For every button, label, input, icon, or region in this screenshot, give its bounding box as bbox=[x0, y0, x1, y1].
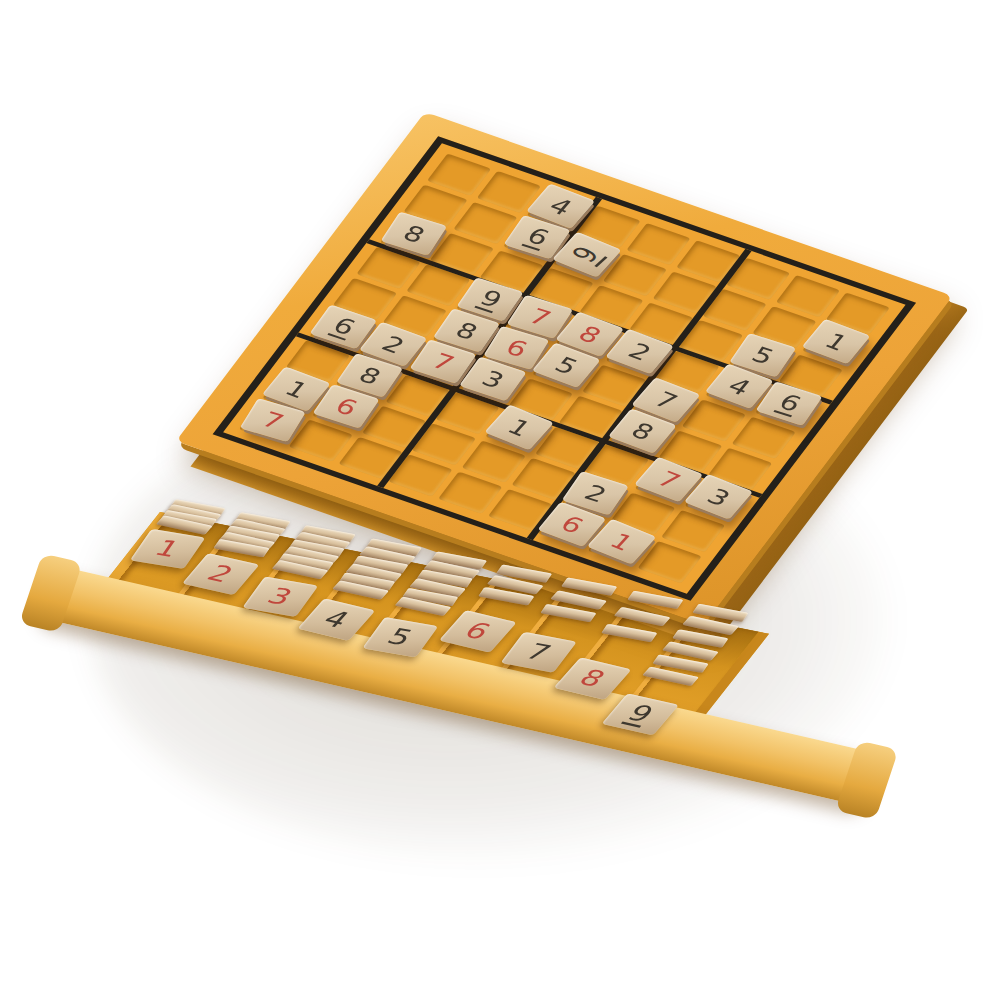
tile-digit: 4 bbox=[545, 194, 577, 218]
tile-digit: 5 bbox=[748, 343, 778, 367]
tile-digit: 3 bbox=[478, 367, 509, 391]
tile-digit: 5 bbox=[550, 353, 582, 377]
tile-digit: 8 bbox=[626, 419, 658, 443]
tile-digit: 1 bbox=[503, 415, 535, 439]
tile-digit: 1 bbox=[605, 530, 637, 554]
tile-digit: 6 bbox=[331, 394, 361, 418]
tile-digit: 1 bbox=[820, 329, 852, 353]
tile-digit: 2 bbox=[624, 339, 656, 363]
tile-digit: 6 bbox=[502, 336, 531, 360]
tile-digit: 6 bbox=[327, 314, 359, 341]
tile-digit: 8 bbox=[399, 222, 429, 246]
sudoku-grid: 4691859782468657627388173162761 bbox=[213, 136, 916, 601]
tile-digit: 4 bbox=[723, 374, 755, 398]
tile-digit: 8 bbox=[574, 322, 606, 346]
tile-digit: 7 bbox=[258, 408, 287, 432]
tile-digit: 6 bbox=[773, 390, 805, 417]
tile-digit: 3 bbox=[702, 485, 734, 509]
tile-digit: 8 bbox=[451, 318, 481, 342]
product-photo-stage: 4691859782468657627388173162761 12345678… bbox=[0, 0, 1000, 1000]
tile-digit: 6 bbox=[521, 224, 553, 251]
tile-digit: 8 bbox=[355, 363, 385, 387]
tile-digit: 2 bbox=[580, 481, 610, 505]
tile-digit: 7 bbox=[653, 467, 685, 491]
tile-digit: 1 bbox=[280, 377, 312, 401]
tile-digit: 9 bbox=[474, 286, 506, 313]
tile-digit: 6 bbox=[556, 512, 588, 536]
tile-digit: 9 bbox=[567, 243, 608, 267]
tile-digit: 7 bbox=[428, 349, 458, 373]
tile-digit: 7 bbox=[525, 305, 555, 329]
tile-digit: 2 bbox=[377, 332, 408, 356]
tile-digit: 7 bbox=[650, 388, 682, 412]
